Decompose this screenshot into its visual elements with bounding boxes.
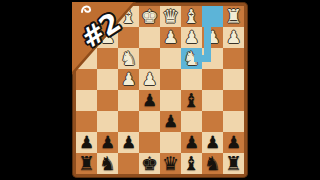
square-f6[interactable] xyxy=(118,111,139,132)
square-a4[interactable] xyxy=(223,69,244,90)
square-h7[interactable] xyxy=(76,132,97,153)
square-e2[interactable] xyxy=(139,27,160,48)
square-b1[interactable] xyxy=(202,6,223,27)
square-g6[interactable] xyxy=(97,111,118,132)
square-c3[interactable] xyxy=(181,48,202,69)
square-c2[interactable] xyxy=(181,27,202,48)
square-e3[interactable] xyxy=(139,48,160,69)
square-d3[interactable] xyxy=(160,48,181,69)
square-b7[interactable] xyxy=(202,132,223,153)
square-g7[interactable] xyxy=(97,132,118,153)
square-a7[interactable] xyxy=(223,132,244,153)
square-g8[interactable] xyxy=(97,153,118,174)
square-b8[interactable] xyxy=(202,153,223,174)
square-d1[interactable] xyxy=(160,6,181,27)
square-d5[interactable] xyxy=(160,90,181,111)
square-e5[interactable] xyxy=(139,90,160,111)
square-f5[interactable] xyxy=(118,90,139,111)
square-e1[interactable] xyxy=(139,6,160,27)
square-h5[interactable] xyxy=(76,90,97,111)
square-d4[interactable] xyxy=(160,69,181,90)
square-c1[interactable] xyxy=(181,6,202,27)
square-a5[interactable] xyxy=(223,90,244,111)
square-b2[interactable] xyxy=(202,27,223,48)
square-b3[interactable] xyxy=(202,48,223,69)
square-c7[interactable] xyxy=(181,132,202,153)
square-f7[interactable] xyxy=(118,132,139,153)
board-frame: ♜♝♚♛♝♜♟♟♟♟♟♟♞♞♟♟♟♝♟♟♟♟♟♟♟♜♞♚♛♝♞♜ #2 xyxy=(72,2,248,178)
square-e7[interactable] xyxy=(139,132,160,153)
square-c8[interactable] xyxy=(181,153,202,174)
square-c5[interactable] xyxy=(181,90,202,111)
square-e4[interactable] xyxy=(139,69,160,90)
square-c6[interactable] xyxy=(181,111,202,132)
square-c4[interactable] xyxy=(181,69,202,90)
square-d7[interactable] xyxy=(160,132,181,153)
square-e6[interactable] xyxy=(139,111,160,132)
square-e8[interactable] xyxy=(139,153,160,174)
square-a8[interactable] xyxy=(223,153,244,174)
square-d6[interactable] xyxy=(160,111,181,132)
square-a6[interactable] xyxy=(223,111,244,132)
square-a2[interactable] xyxy=(223,27,244,48)
square-h6[interactable] xyxy=(76,111,97,132)
square-f8[interactable] xyxy=(118,153,139,174)
thumbnail-stage: ♜♝♚♛♝♜♟♟♟♟♟♟♞♞♟♟♟♝♟♟♟♟♟♟♟♜♞♚♛♝♞♜ #2 xyxy=(0,0,320,180)
square-a3[interactable] xyxy=(223,48,244,69)
square-d8[interactable] xyxy=(160,153,181,174)
square-h8[interactable] xyxy=(76,153,97,174)
square-b5[interactable] xyxy=(202,90,223,111)
square-b6[interactable] xyxy=(202,111,223,132)
square-a1[interactable] xyxy=(223,6,244,27)
square-d2[interactable] xyxy=(160,27,181,48)
square-b4[interactable] xyxy=(202,69,223,90)
square-g5[interactable] xyxy=(97,90,118,111)
